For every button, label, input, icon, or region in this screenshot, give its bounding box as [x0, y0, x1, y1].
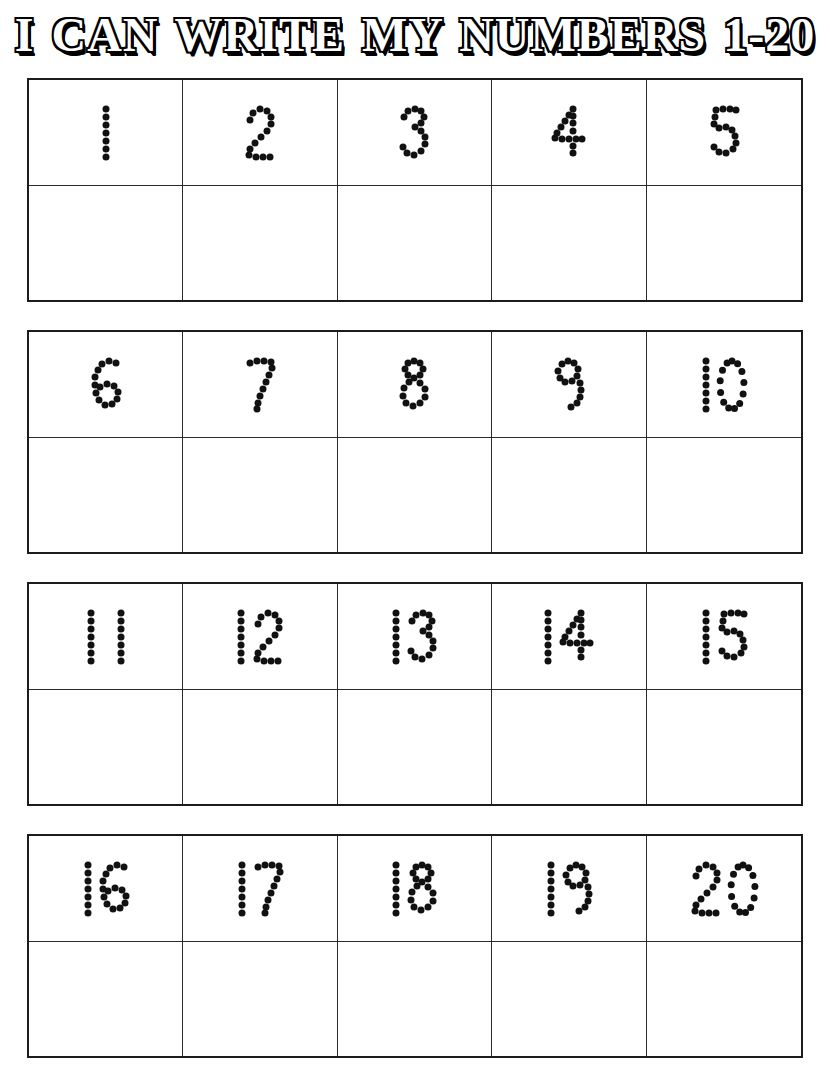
dotted-number-13-glyph — [389, 608, 439, 666]
write-practice-cell-2[interactable] — [183, 186, 337, 300]
write-practice-cell-19[interactable] — [492, 942, 646, 1056]
write-practice-cell-16[interactable] — [29, 942, 183, 1056]
dotted-number-8-glyph — [397, 356, 431, 414]
dotted-number-11-glyph — [84, 608, 128, 666]
trace-number-cell-10 — [647, 332, 801, 438]
number-tables — [27, 78, 803, 1058]
dotted-number-12-glyph — [234, 608, 286, 666]
write-practice-cell-9[interactable] — [492, 438, 646, 552]
write-practice-cell-12[interactable] — [183, 690, 337, 804]
number-table-row-2 — [27, 330, 803, 554]
trace-number-cell-5 — [647, 80, 801, 186]
dotted-number-7-glyph — [243, 356, 277, 414]
worksheet-title: I CAN WRITE MY NUMBERS 1-20 — [0, 0, 830, 68]
write-practice-cell-3[interactable] — [338, 186, 492, 300]
write-practice-cell-11[interactable] — [29, 690, 183, 804]
trace-number-cell-7 — [183, 332, 337, 438]
dotted-number-15-glyph — [699, 608, 749, 666]
dotted-number-3-glyph — [397, 104, 431, 162]
worksheet-page: I CAN WRITE MY NUMBERS 1-20 — [0, 0, 830, 1080]
write-practice-cell-1[interactable] — [29, 186, 183, 300]
dotted-number-17-glyph — [235, 860, 285, 918]
write-practice-cell-8[interactable] — [338, 438, 492, 552]
dotted-number-10-glyph — [699, 356, 749, 414]
trace-number-cell-11 — [29, 584, 183, 690]
dotted-number-19-glyph — [544, 860, 594, 918]
write-practice-cell-18[interactable] — [338, 942, 492, 1056]
trace-number-cell-4 — [492, 80, 646, 186]
trace-number-cell-16 — [29, 836, 183, 942]
write-practice-cell-6[interactable] — [29, 438, 183, 552]
dotted-number-1-glyph — [99, 104, 113, 162]
dotted-number-16-glyph — [81, 860, 131, 918]
trace-number-cell-14 — [492, 584, 646, 690]
write-practice-cell-17[interactable] — [183, 942, 337, 1056]
write-practice-cell-5[interactable] — [647, 186, 801, 300]
trace-number-cell-9 — [492, 332, 646, 438]
dotted-number-18-glyph — [389, 860, 439, 918]
write-practice-cell-7[interactable] — [183, 438, 337, 552]
number-table-row-4 — [27, 834, 803, 1058]
number-table-row-1 — [27, 78, 803, 302]
number-table-row-3 — [27, 582, 803, 806]
write-practice-cell-4[interactable] — [492, 186, 646, 300]
trace-number-cell-12 — [183, 584, 337, 690]
trace-number-cell-15 — [647, 584, 801, 690]
trace-number-cell-17 — [183, 836, 337, 942]
dotted-number-4-glyph — [549, 104, 588, 162]
trace-number-cell-19 — [492, 836, 646, 942]
dotted-number-9-glyph — [552, 356, 586, 414]
trace-number-cell-13 — [338, 584, 492, 690]
trace-number-cell-2 — [183, 80, 337, 186]
write-practice-cell-13[interactable] — [338, 690, 492, 804]
trace-number-cell-18 — [338, 836, 492, 942]
dotted-number-6-glyph — [89, 356, 123, 414]
write-practice-cell-14[interactable] — [492, 690, 646, 804]
trace-number-cell-6 — [29, 332, 183, 438]
trace-number-cell-3 — [338, 80, 492, 186]
trace-number-cell-20 — [647, 836, 801, 942]
write-practice-cell-15[interactable] — [647, 690, 801, 804]
write-practice-cell-20[interactable] — [647, 942, 801, 1056]
trace-number-cell-1 — [29, 80, 183, 186]
dotted-number-5-glyph — [707, 104, 741, 162]
trace-number-cell-8 — [338, 332, 492, 438]
dotted-number-14-glyph — [541, 608, 596, 666]
write-practice-cell-10[interactable] — [647, 438, 801, 552]
dotted-number-2-glyph — [242, 104, 278, 162]
dotted-number-20-glyph — [688, 860, 760, 918]
